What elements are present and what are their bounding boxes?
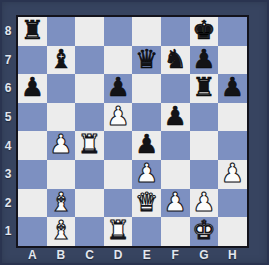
square-a8[interactable]: ♜	[18, 17, 47, 46]
rank-labels: 87654321	[0, 17, 16, 246]
square-c5[interactable]	[75, 103, 104, 132]
square-f4[interactable]	[161, 131, 190, 160]
file-label-b: B	[47, 246, 76, 264]
piece-white-queen: ♛	[135, 189, 158, 217]
rank-label-8: 8	[0, 17, 16, 46]
square-a5[interactable]	[18, 103, 47, 132]
rank-label-2: 2	[0, 189, 16, 218]
piece-black-rook: ♜	[21, 17, 44, 45]
square-e7[interactable]: ♛	[132, 46, 161, 75]
piece-black-pawn: ♟	[221, 74, 244, 102]
square-d5[interactable]: ♟	[104, 103, 133, 132]
square-h7[interactable]	[218, 46, 247, 75]
square-h1[interactable]	[218, 217, 247, 246]
square-g2[interactable]: ♟	[190, 189, 219, 218]
square-h4[interactable]	[218, 131, 247, 160]
square-f2[interactable]: ♟	[161, 189, 190, 218]
square-h6[interactable]: ♟	[218, 74, 247, 103]
rank-label-4: 4	[0, 131, 16, 160]
rank-label-6: 6	[0, 74, 16, 103]
square-c2[interactable]	[75, 189, 104, 218]
square-h8[interactable]	[218, 17, 247, 46]
file-label-a: A	[18, 246, 47, 264]
square-d4[interactable]	[104, 131, 133, 160]
piece-black-rook: ♜	[192, 74, 215, 102]
square-e1[interactable]	[132, 217, 161, 246]
piece-black-king: ♚	[192, 17, 215, 45]
square-e6[interactable]	[132, 74, 161, 103]
square-c8[interactable]	[75, 17, 104, 46]
piece-white-king: ♚	[192, 217, 215, 245]
rank-label-3: 3	[0, 160, 16, 189]
square-a3[interactable]	[18, 160, 47, 189]
piece-white-bishop: ♝	[49, 217, 72, 245]
piece-white-rook: ♜	[106, 217, 129, 245]
piece-white-pawn: ♟	[135, 160, 158, 188]
square-b4[interactable]: ♟	[47, 131, 76, 160]
square-f5[interactable]: ♟	[161, 103, 190, 132]
piece-black-knight: ♞	[164, 46, 187, 74]
file-labels: ABCDEFGH	[18, 246, 247, 264]
file-label-c: C	[75, 246, 104, 264]
square-g8[interactable]: ♚	[190, 17, 219, 46]
square-b1[interactable]: ♝	[47, 217, 76, 246]
square-a6[interactable]: ♟	[18, 74, 47, 103]
square-f1[interactable]	[161, 217, 190, 246]
file-label-f: F	[161, 246, 190, 264]
square-f6[interactable]	[161, 74, 190, 103]
rank-label-5: 5	[0, 103, 16, 132]
file-label-e: E	[132, 246, 161, 264]
square-c6[interactable]	[75, 74, 104, 103]
square-g6[interactable]: ♜	[190, 74, 219, 103]
square-b3[interactable]	[47, 160, 76, 189]
file-label-d: D	[104, 246, 133, 264]
chess-diagram: 87654321 ♜♚♝♛♞♟♟♟♜♟♟♟♟♜♟♟♟♝♛♟♟♝♜♚ ABCDEF…	[0, 0, 269, 265]
square-d6[interactable]: ♟	[104, 74, 133, 103]
piece-black-pawn: ♟	[164, 103, 187, 131]
square-d2[interactable]	[104, 189, 133, 218]
square-g5[interactable]	[190, 103, 219, 132]
piece-white-rook: ♜	[78, 131, 101, 159]
square-f3[interactable]	[161, 160, 190, 189]
square-g3[interactable]	[190, 160, 219, 189]
square-g7[interactable]: ♟	[190, 46, 219, 75]
square-a2[interactable]	[18, 189, 47, 218]
file-label-g: G	[190, 246, 219, 264]
square-g4[interactable]	[190, 131, 219, 160]
square-g1[interactable]: ♚	[190, 217, 219, 246]
piece-white-pawn: ♟	[49, 131, 72, 159]
square-a4[interactable]	[18, 131, 47, 160]
piece-black-queen: ♛	[135, 46, 158, 74]
square-c1[interactable]	[75, 217, 104, 246]
rank-label-1: 1	[0, 217, 16, 246]
square-a7[interactable]	[18, 46, 47, 75]
square-b8[interactable]	[47, 17, 76, 46]
square-e5[interactable]	[132, 103, 161, 132]
square-b2[interactable]: ♝	[47, 189, 76, 218]
piece-white-pawn: ♟	[106, 103, 129, 131]
square-d7[interactable]	[104, 46, 133, 75]
piece-white-bishop: ♝	[49, 189, 72, 217]
square-d8[interactable]	[104, 17, 133, 46]
chess-board: ♜♚♝♛♞♟♟♟♜♟♟♟♟♜♟♟♟♝♛♟♟♝♜♚	[16, 15, 249, 248]
rank-label-7: 7	[0, 46, 16, 75]
square-b5[interactable]	[47, 103, 76, 132]
square-c7[interactable]	[75, 46, 104, 75]
square-h2[interactable]	[218, 189, 247, 218]
square-e4[interactable]: ♟	[132, 131, 161, 160]
square-c3[interactable]	[75, 160, 104, 189]
piece-black-pawn: ♟	[192, 46, 215, 74]
square-d3[interactable]	[104, 160, 133, 189]
square-f8[interactable]	[161, 17, 190, 46]
square-e3[interactable]: ♟	[132, 160, 161, 189]
piece-black-pawn: ♟	[106, 74, 129, 102]
square-d1[interactable]: ♜	[104, 217, 133, 246]
piece-black-pawn: ♟	[135, 131, 158, 159]
square-e2[interactable]: ♛	[132, 189, 161, 218]
square-b7[interactable]: ♝	[47, 46, 76, 75]
file-label-h: H	[218, 246, 247, 264]
square-h3[interactable]: ♟	[218, 160, 247, 189]
square-a1[interactable]	[18, 217, 47, 246]
piece-white-pawn: ♟	[164, 189, 187, 217]
square-c4[interactable]: ♜	[75, 131, 104, 160]
square-f7[interactable]: ♞	[161, 46, 190, 75]
square-h5[interactable]	[218, 103, 247, 132]
square-e8[interactable]	[132, 17, 161, 46]
piece-black-pawn: ♟	[21, 74, 44, 102]
piece-white-pawn: ♟	[192, 189, 215, 217]
piece-black-bishop: ♝	[49, 46, 72, 74]
piece-white-pawn: ♟	[221, 160, 244, 188]
square-b6[interactable]	[47, 74, 76, 103]
